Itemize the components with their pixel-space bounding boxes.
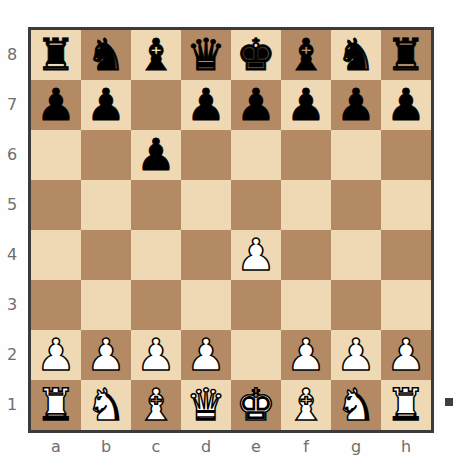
square-e5[interactable] <box>231 180 281 230</box>
square-e8[interactable]: ♚ <box>231 30 281 80</box>
piece-black-knight[interactable]: ♞ <box>331 30 381 80</box>
square-f6[interactable] <box>281 130 331 180</box>
square-a3[interactable] <box>31 280 81 330</box>
square-a4[interactable] <box>31 230 81 280</box>
piece-white-rook[interactable]: ♜ <box>31 380 81 430</box>
square-e6[interactable] <box>231 130 281 180</box>
square-a5[interactable] <box>31 180 81 230</box>
piece-white-pawn[interactable]: ♟ <box>181 330 231 380</box>
file-label-a: a <box>31 435 81 459</box>
square-a6[interactable] <box>31 130 81 180</box>
square-f2[interactable]: ♟ <box>281 330 331 380</box>
square-c1[interactable]: ♝ <box>131 380 181 430</box>
square-d3[interactable] <box>181 280 231 330</box>
file-label-h: h <box>381 435 431 459</box>
rank-label-7: 7 <box>0 80 24 130</box>
square-g2[interactable]: ♟ <box>331 330 381 380</box>
square-b4[interactable] <box>81 230 131 280</box>
square-b2[interactable]: ♟ <box>81 330 131 380</box>
piece-black-pawn[interactable]: ♟ <box>381 80 431 130</box>
square-a1[interactable]: ♜ <box>31 380 81 430</box>
piece-white-pawn[interactable]: ♟ <box>31 330 81 380</box>
piece-white-king[interactable]: ♚ <box>231 380 281 430</box>
file-label-g: g <box>331 435 381 459</box>
square-g7[interactable]: ♟ <box>331 80 381 130</box>
square-d4[interactable] <box>181 230 231 280</box>
square-g5[interactable] <box>331 180 381 230</box>
piece-white-pawn[interactable]: ♟ <box>131 330 181 380</box>
piece-black-pawn[interactable]: ♟ <box>231 80 281 130</box>
chess-diagram: ♜♞♝♛♚♝♞♜♟♟♟♟♟♟♟♟♟♟♟♟♟♟♟♟♜♞♝♛♚♝♞♜ 8765432… <box>0 0 464 464</box>
piece-white-queen[interactable]: ♛ <box>181 380 231 430</box>
square-d6[interactable] <box>181 130 231 180</box>
piece-black-bishop[interactable]: ♝ <box>131 30 181 80</box>
square-f4[interactable] <box>281 230 331 280</box>
square-d7[interactable]: ♟ <box>181 80 231 130</box>
piece-white-bishop[interactable]: ♝ <box>131 380 181 430</box>
rank-label-5: 5 <box>0 180 24 230</box>
piece-black-pawn[interactable]: ♟ <box>281 80 331 130</box>
piece-black-queen[interactable]: ♛ <box>181 30 231 80</box>
piece-black-rook[interactable]: ♜ <box>381 30 431 80</box>
rank-label-1: 1 <box>0 380 24 430</box>
square-h6[interactable] <box>381 130 431 180</box>
square-c7[interactable] <box>131 80 181 130</box>
file-label-c: c <box>131 435 181 459</box>
square-h3[interactable] <box>381 280 431 330</box>
square-e7[interactable]: ♟ <box>231 80 281 130</box>
square-f8[interactable]: ♝ <box>281 30 331 80</box>
square-b5[interactable] <box>81 180 131 230</box>
piece-black-pawn[interactable]: ♟ <box>331 80 381 130</box>
piece-black-pawn[interactable]: ♟ <box>31 80 81 130</box>
piece-black-pawn[interactable]: ♟ <box>181 80 231 130</box>
rank-label-4: 4 <box>0 230 24 280</box>
piece-black-rook[interactable]: ♜ <box>31 30 81 80</box>
square-h7[interactable]: ♟ <box>381 80 431 130</box>
square-b3[interactable] <box>81 280 131 330</box>
square-b1[interactable]: ♞ <box>81 380 131 430</box>
piece-black-bishop[interactable]: ♝ <box>281 30 331 80</box>
rank-label-8: 8 <box>0 30 24 80</box>
square-f5[interactable] <box>281 180 331 230</box>
piece-white-knight[interactable]: ♞ <box>81 380 131 430</box>
square-e3[interactable] <box>231 280 281 330</box>
square-c3[interactable] <box>131 280 181 330</box>
square-a2[interactable]: ♟ <box>31 330 81 380</box>
square-h2[interactable]: ♟ <box>381 330 431 380</box>
square-g6[interactable] <box>331 130 381 180</box>
square-e1[interactable]: ♚ <box>231 380 281 430</box>
square-f3[interactable] <box>281 280 331 330</box>
rank-label-2: 2 <box>0 330 24 380</box>
square-f7[interactable]: ♟ <box>281 80 331 130</box>
square-e4[interactable]: ♟ <box>231 230 281 280</box>
square-g3[interactable] <box>331 280 381 330</box>
file-label-d: d <box>181 435 231 459</box>
square-g1[interactable]: ♞ <box>331 380 381 430</box>
square-b8[interactable]: ♞ <box>81 30 131 80</box>
square-d2[interactable]: ♟ <box>181 330 231 380</box>
piece-white-pawn[interactable]: ♟ <box>231 230 281 280</box>
square-h4[interactable] <box>381 230 431 280</box>
side-to-move-indicator <box>445 398 453 406</box>
square-c4[interactable] <box>131 230 181 280</box>
square-f1[interactable]: ♝ <box>281 380 331 430</box>
square-c6[interactable]: ♟ <box>131 130 181 180</box>
square-h5[interactable] <box>381 180 431 230</box>
rank-coordinates: 87654321 <box>0 30 24 430</box>
piece-white-rook[interactable]: ♜ <box>381 380 431 430</box>
rank-label-6: 6 <box>0 130 24 180</box>
piece-white-pawn[interactable]: ♟ <box>331 330 381 380</box>
piece-white-knight[interactable]: ♞ <box>331 380 381 430</box>
square-b6[interactable] <box>81 130 131 180</box>
file-coordinates: abcdefgh <box>31 435 431 459</box>
square-a7[interactable]: ♟ <box>31 80 81 130</box>
square-c2[interactable]: ♟ <box>131 330 181 380</box>
chess-board: ♜♞♝♛♚♝♞♜♟♟♟♟♟♟♟♟♟♟♟♟♟♟♟♟♜♞♝♛♚♝♞♜ <box>28 27 434 433</box>
square-b7[interactable]: ♟ <box>81 80 131 130</box>
square-h8[interactable]: ♜ <box>381 30 431 80</box>
square-c5[interactable] <box>131 180 181 230</box>
piece-white-pawn[interactable]: ♟ <box>81 330 131 380</box>
square-a8[interactable]: ♜ <box>31 30 81 80</box>
square-e2[interactable] <box>231 330 281 380</box>
file-label-f: f <box>281 435 331 459</box>
file-label-b: b <box>81 435 131 459</box>
square-g4[interactable] <box>331 230 381 280</box>
square-g8[interactable]: ♞ <box>331 30 381 80</box>
square-d1[interactable]: ♛ <box>181 380 231 430</box>
piece-black-king[interactable]: ♚ <box>231 30 281 80</box>
piece-black-knight[interactable]: ♞ <box>81 30 131 80</box>
piece-white-pawn[interactable]: ♟ <box>281 330 331 380</box>
square-d5[interactable] <box>181 180 231 230</box>
file-label-e: e <box>231 435 281 459</box>
piece-white-pawn[interactable]: ♟ <box>381 330 431 380</box>
square-c8[interactable]: ♝ <box>131 30 181 80</box>
piece-white-bishop[interactable]: ♝ <box>281 380 331 430</box>
piece-black-pawn[interactable]: ♟ <box>81 80 131 130</box>
square-h1[interactable]: ♜ <box>381 380 431 430</box>
square-d8[interactable]: ♛ <box>181 30 231 80</box>
rank-label-3: 3 <box>0 280 24 330</box>
piece-black-pawn[interactable]: ♟ <box>131 130 181 180</box>
